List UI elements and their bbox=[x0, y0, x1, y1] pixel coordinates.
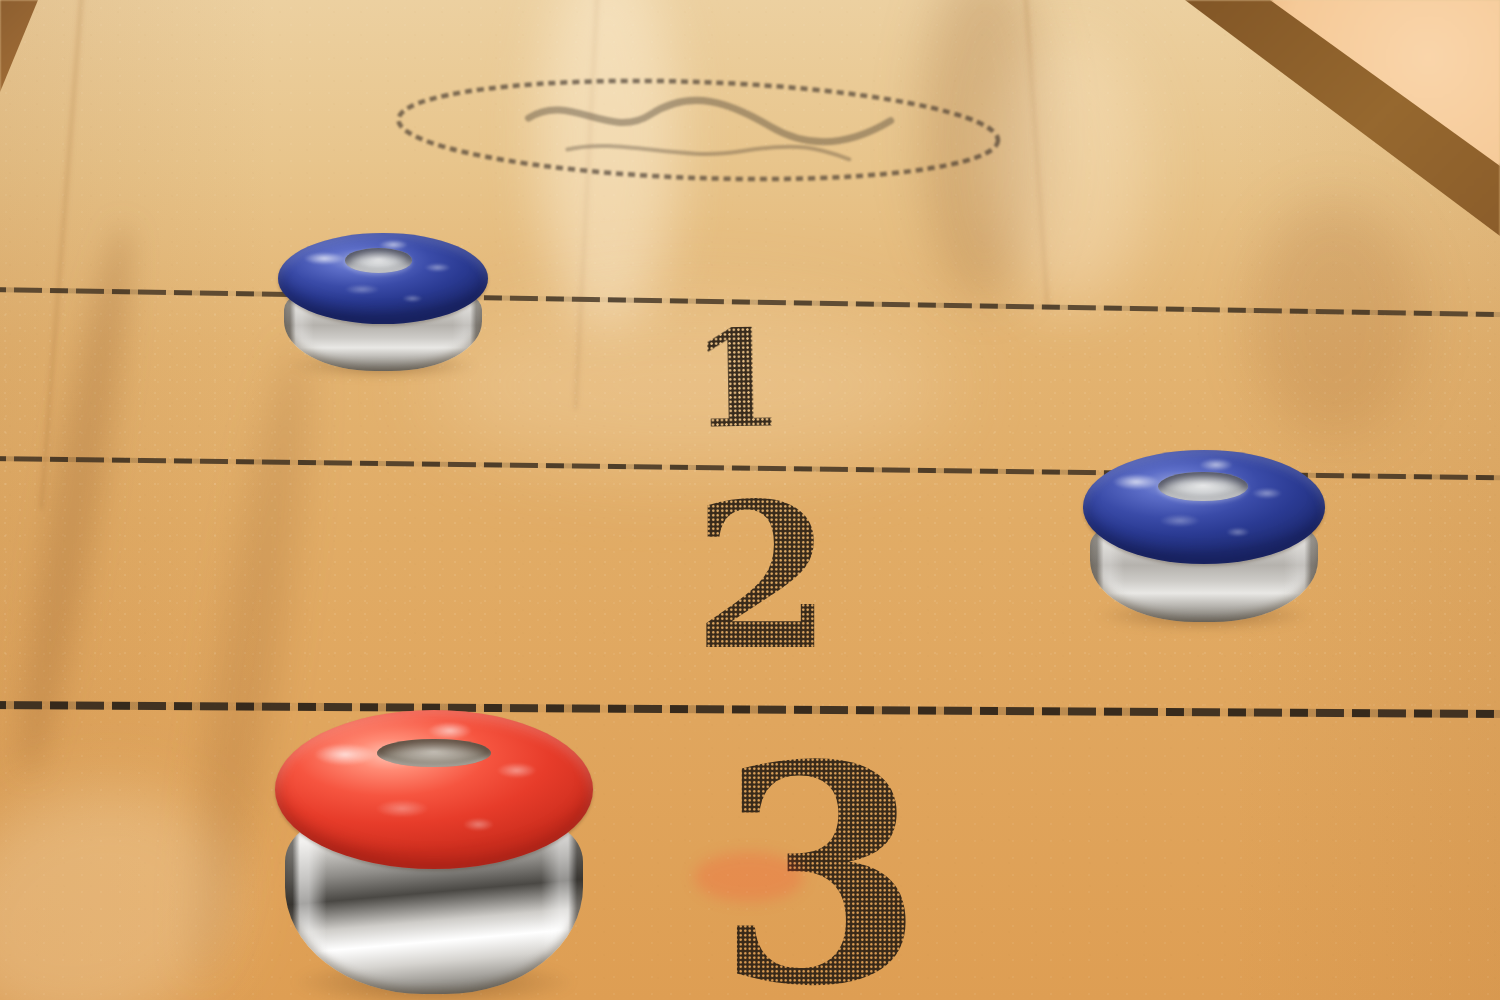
puck-center-hole bbox=[345, 248, 412, 273]
puck-blue-2[interactable] bbox=[1083, 450, 1325, 622]
puck-cap-blue bbox=[278, 233, 488, 324]
puck-cap-blue bbox=[1083, 450, 1325, 564]
puck-center-hole bbox=[1158, 472, 1248, 502]
red-paint-scuff bbox=[694, 852, 804, 902]
shuffleboard-photo: 1 2 3 bbox=[0, 0, 1500, 1000]
puck-red-1[interactable] bbox=[275, 710, 593, 994]
table-edge-top-right bbox=[1100, 0, 1500, 260]
maker-stamp bbox=[378, 58, 1018, 218]
cap-highlights bbox=[278, 233, 488, 324]
cap-highlights bbox=[1083, 450, 1325, 564]
zone-1-label: 1 bbox=[691, 313, 785, 447]
gloss-glare bbox=[430, 300, 950, 470]
cap-highlights bbox=[275, 710, 593, 869]
zone-2-label: 2 bbox=[693, 477, 832, 677]
puck-blue-1[interactable] bbox=[278, 233, 488, 371]
puck-center-hole bbox=[377, 739, 491, 768]
puck-cap-red bbox=[275, 710, 593, 869]
